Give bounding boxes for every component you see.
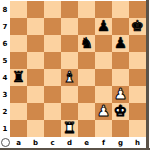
white-to-move-indicator (1, 138, 10, 147)
square-a1[interactable] (10, 120, 27, 137)
square-a2[interactable] (10, 103, 27, 120)
square-a5[interactable] (10, 52, 27, 69)
square-e8[interactable] (78, 1, 95, 18)
file-label-g: g (112, 137, 129, 148)
black-king: ♚ (131, 18, 144, 35)
rank-label-5: 5 (0, 52, 10, 69)
white-pawn: ♟ (97, 103, 110, 120)
rank-label-1: 1 (0, 120, 10, 137)
square-e2[interactable] (78, 103, 95, 120)
file-label-c: c (44, 137, 61, 148)
square-f6[interactable] (95, 35, 112, 52)
square-f1[interactable] (95, 120, 112, 137)
square-g5[interactable] (112, 52, 129, 69)
rank-label-3: 3 (0, 86, 10, 103)
white-bishop: ♝ (63, 69, 76, 86)
rank-label-8: 8 (0, 1, 10, 18)
square-e6[interactable]: ♞ (78, 35, 95, 52)
white-rook: ♜ (63, 120, 76, 137)
rank-label-2: 2 (0, 103, 10, 120)
square-c5[interactable] (44, 52, 61, 69)
square-e3[interactable] (78, 86, 95, 103)
square-a3[interactable] (10, 86, 27, 103)
square-h6[interactable] (129, 35, 146, 52)
square-h1[interactable] (129, 120, 146, 137)
file-label-b: b (27, 137, 44, 148)
square-g4[interactable] (112, 69, 129, 86)
square-f2[interactable]: ♟ (95, 103, 112, 120)
square-b5[interactable] (27, 52, 44, 69)
square-g6[interactable]: ♟ (112, 35, 129, 52)
file-label-h: h (129, 137, 146, 148)
square-c1[interactable] (44, 120, 61, 137)
file-label-f: f (95, 137, 112, 148)
chess-diagram: 87654321 ♟♚♞♟♜♝♟♟♚♜ abcdefgh (0, 0, 150, 150)
square-e5[interactable] (78, 52, 95, 69)
rank-label-7: 7 (0, 18, 10, 35)
square-d8[interactable] (61, 1, 78, 18)
square-b2[interactable] (27, 103, 44, 120)
file-label-a: a (10, 137, 27, 148)
square-d5[interactable] (61, 52, 78, 69)
square-e4[interactable] (78, 69, 95, 86)
square-d4[interactable]: ♝ (61, 69, 78, 86)
square-g8[interactable] (112, 1, 129, 18)
board-border-bottom (0, 148, 150, 150)
square-h4[interactable] (129, 69, 146, 86)
black-rook: ♜ (12, 69, 25, 86)
square-d7[interactable] (61, 18, 78, 35)
board-border-right (146, 0, 149, 150)
square-c6[interactable] (44, 35, 61, 52)
square-e1[interactable] (78, 120, 95, 137)
square-b6[interactable] (27, 35, 44, 52)
square-f7[interactable]: ♟ (95, 18, 112, 35)
square-a4[interactable]: ♜ (10, 69, 27, 86)
black-knight: ♞ (80, 35, 93, 52)
rank-labels: 87654321 (0, 1, 10, 137)
square-d6[interactable] (61, 35, 78, 52)
square-b1[interactable] (27, 120, 44, 137)
white-king: ♚ (114, 103, 127, 120)
square-d1[interactable]: ♜ (61, 120, 78, 137)
square-h8[interactable] (129, 1, 146, 18)
black-pawn: ♟ (114, 35, 127, 52)
square-c2[interactable] (44, 103, 61, 120)
black-pawn: ♟ (97, 18, 110, 35)
square-f4[interactable] (95, 69, 112, 86)
square-f3[interactable] (95, 86, 112, 103)
square-a7[interactable] (10, 18, 27, 35)
square-h3[interactable] (129, 86, 146, 103)
square-f8[interactable] (95, 1, 112, 18)
square-e7[interactable] (78, 18, 95, 35)
white-pawn: ♟ (114, 86, 127, 103)
square-a6[interactable] (10, 35, 27, 52)
square-b7[interactable] (27, 18, 44, 35)
square-h7[interactable]: ♚ (129, 18, 146, 35)
square-g2[interactable]: ♚ (112, 103, 129, 120)
square-a8[interactable] (10, 1, 27, 18)
square-c3[interactable] (44, 86, 61, 103)
file-labels: abcdefgh (10, 137, 146, 148)
square-d2[interactable] (61, 103, 78, 120)
rank-label-6: 6 (0, 35, 10, 52)
square-f5[interactable] (95, 52, 112, 69)
square-h5[interactable] (129, 52, 146, 69)
square-b4[interactable] (27, 69, 44, 86)
square-g7[interactable] (112, 18, 129, 35)
square-c7[interactable] (44, 18, 61, 35)
square-b3[interactable] (27, 86, 44, 103)
square-d3[interactable] (61, 86, 78, 103)
square-b8[interactable] (27, 1, 44, 18)
square-g1[interactable] (112, 120, 129, 137)
square-g3[interactable]: ♟ (112, 86, 129, 103)
file-label-e: e (78, 137, 95, 148)
square-h2[interactable] (129, 103, 146, 120)
square-c4[interactable] (44, 69, 61, 86)
square-c8[interactable] (44, 1, 61, 18)
file-label-d: d (61, 137, 78, 148)
chess-board: ♟♚♞♟♜♝♟♟♚♜ (10, 1, 146, 137)
rank-label-4: 4 (0, 69, 10, 86)
